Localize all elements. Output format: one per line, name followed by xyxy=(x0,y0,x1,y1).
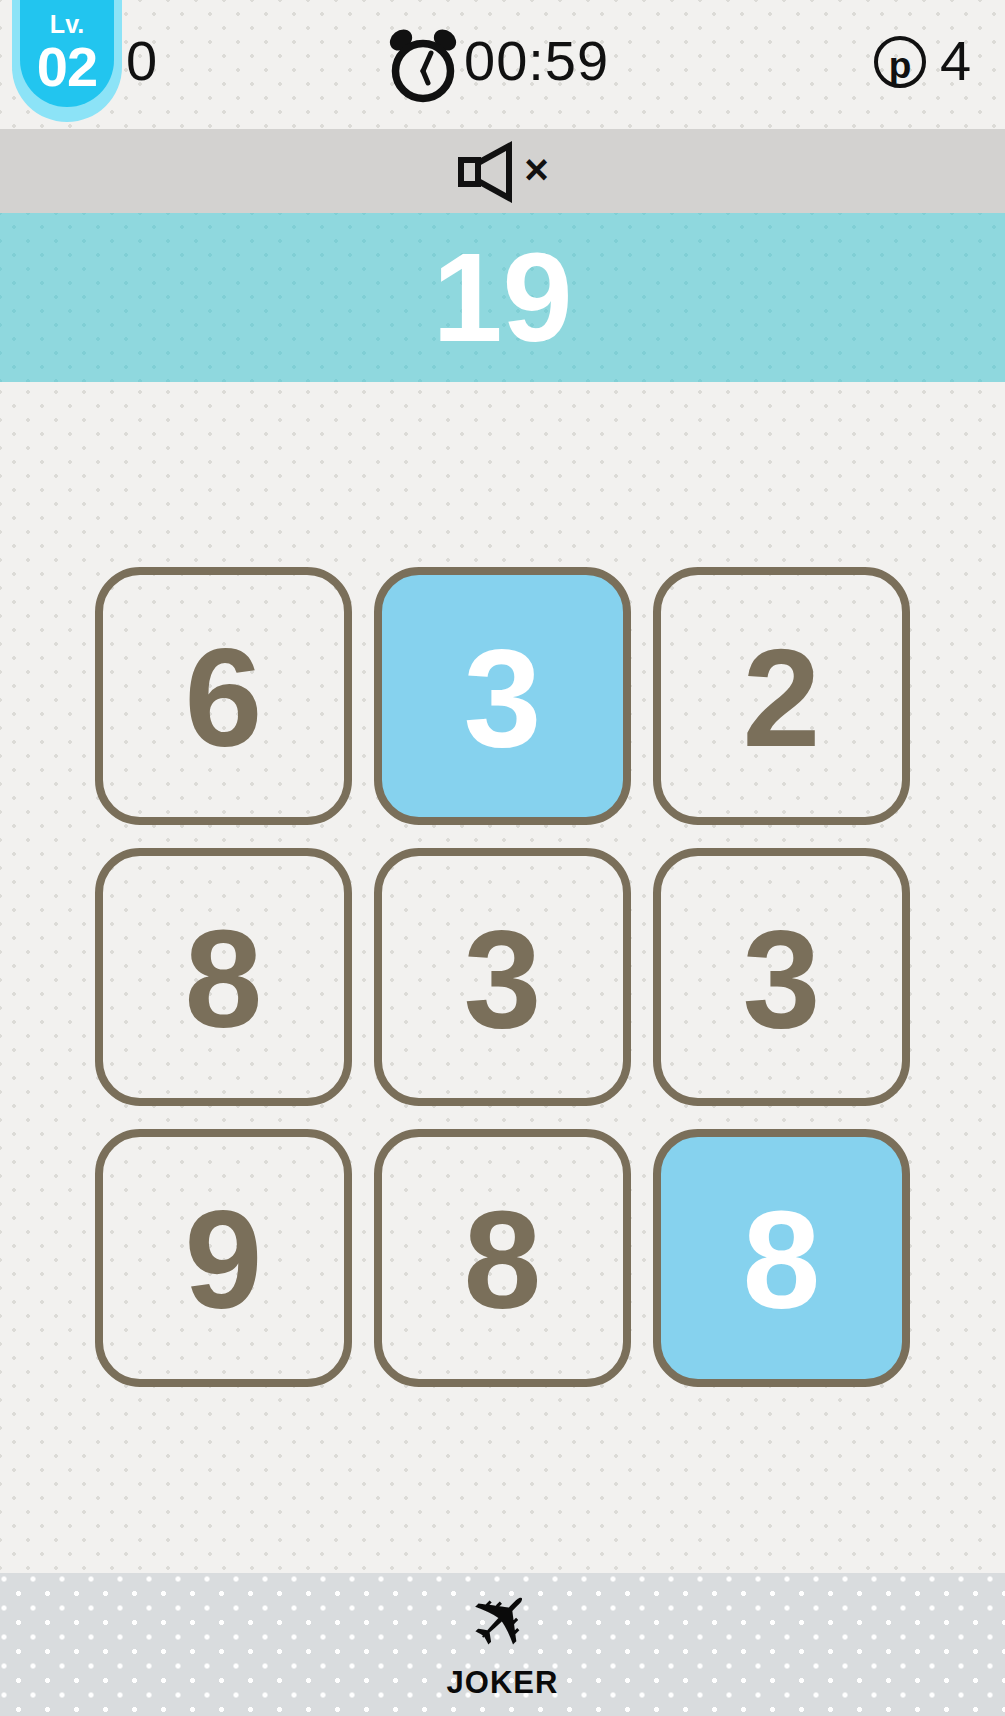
cell-value: 3 xyxy=(743,909,821,1049)
sound-bar: × xyxy=(0,129,1005,213)
level-label: Lv. xyxy=(20,12,114,37)
top-bar: Lv. 02 0 00:59 p 4 xyxy=(0,0,1005,129)
joker-bar: ✈ JOKER xyxy=(0,1573,1005,1716)
alarm-clock-icon xyxy=(386,26,460,104)
airplane-icon: ✈ xyxy=(452,1568,553,1669)
points-count: 4 xyxy=(940,33,971,89)
mute-x-mark: × xyxy=(524,146,549,194)
cell-value: 9 xyxy=(185,1190,263,1330)
cell-value: 3 xyxy=(464,909,542,1049)
cell-value: 2 xyxy=(743,628,821,768)
grid-cell-r1c1[interactable]: 3 xyxy=(374,848,631,1106)
joker-button[interactable]: ✈ xyxy=(455,1573,551,1665)
speaker-muted-icon xyxy=(456,139,518,203)
board-grid: 632833988 xyxy=(95,567,910,1387)
grid-cell-r1c2[interactable]: 3 xyxy=(653,848,910,1106)
grid-cell-r0c1[interactable]: 3 xyxy=(374,567,631,825)
target-sum-value: 19 xyxy=(432,225,572,370)
score-value: 0 xyxy=(126,33,157,89)
cell-value: 8 xyxy=(743,1190,821,1330)
level-value: 02 xyxy=(20,39,114,95)
grid-cell-r0c0[interactable]: 6 xyxy=(95,567,352,825)
timer-value: 00:59 xyxy=(464,33,609,89)
cell-value: 8 xyxy=(185,909,263,1049)
points-symbol: p xyxy=(889,47,912,84)
grid-cell-r2c2[interactable]: 8 xyxy=(653,1129,910,1387)
level-badge-inner: Lv. 02 xyxy=(20,0,114,107)
mute-button[interactable]: × xyxy=(456,139,549,203)
target-banner: 19 xyxy=(0,213,1005,382)
cell-value: 3 xyxy=(464,628,542,768)
points-icon: p xyxy=(874,36,926,88)
grid-cell-r0c2[interactable]: 2 xyxy=(653,567,910,825)
level-badge: Lv. 02 xyxy=(12,0,122,122)
joker-label: JOKER xyxy=(447,1665,559,1701)
grid-cell-r2c1[interactable]: 8 xyxy=(374,1129,631,1387)
grid-cell-r2c0[interactable]: 9 xyxy=(95,1129,352,1387)
grid-cell-r1c0[interactable]: 8 xyxy=(95,848,352,1106)
cell-value: 6 xyxy=(185,628,263,768)
cell-value: 8 xyxy=(464,1190,542,1330)
